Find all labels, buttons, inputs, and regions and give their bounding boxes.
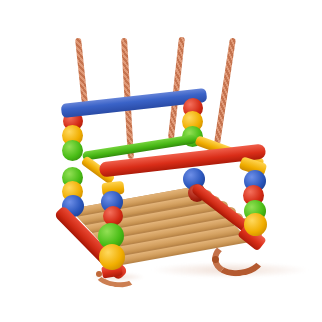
rope-back-left (75, 38, 88, 104)
bead-yellow (99, 244, 125, 270)
bead-green (62, 140, 83, 161)
rope-front-right (213, 38, 236, 151)
product-photo-swing (0, 0, 322, 322)
rope-tail-right-tip (212, 256, 219, 263)
bead-yellow (244, 213, 267, 236)
